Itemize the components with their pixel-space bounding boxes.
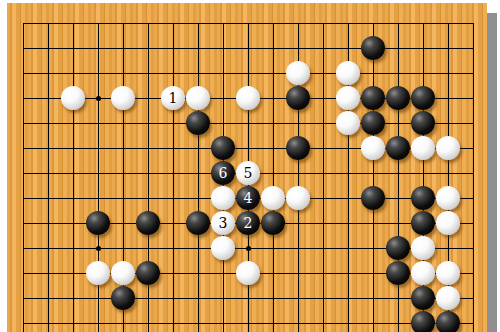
grid-line-h — [23, 298, 474, 299]
stone-white[interactable]: 3 — [211, 211, 235, 235]
stone-black[interactable]: 4 — [236, 186, 260, 210]
stone-white[interactable] — [236, 86, 260, 110]
move-number-label: 6 — [219, 166, 228, 180]
grid-line-v — [323, 23, 324, 332]
stone-black[interactable] — [411, 211, 435, 235]
stone-black[interactable] — [186, 211, 210, 235]
stone-black[interactable] — [411, 311, 435, 332]
stone-black[interactable] — [86, 211, 110, 235]
stone-black[interactable] — [386, 236, 410, 260]
stone-white[interactable] — [361, 136, 385, 160]
stone-black[interactable] — [361, 111, 385, 135]
move-number-label: 2 — [244, 216, 253, 230]
stone-white[interactable] — [211, 236, 235, 260]
grid-line-h — [23, 23, 474, 24]
stone-black[interactable] — [211, 136, 235, 160]
stone-white[interactable] — [411, 136, 435, 160]
stone-black[interactable]: 2 — [236, 211, 260, 235]
stone-white[interactable] — [336, 111, 360, 135]
stone-white[interactable] — [236, 261, 260, 285]
stone-black[interactable] — [361, 186, 385, 210]
stone-white[interactable] — [111, 86, 135, 110]
stone-white[interactable] — [436, 136, 460, 160]
stone-black[interactable] — [286, 136, 310, 160]
grid-line-v — [48, 23, 49, 332]
star-point — [96, 96, 101, 101]
grid-line-v — [173, 23, 174, 332]
stone-black[interactable]: 6 — [211, 161, 235, 185]
grid-line-h — [23, 123, 474, 124]
stone-black[interactable] — [386, 261, 410, 285]
stone-white[interactable] — [86, 261, 110, 285]
stone-black[interactable] — [361, 36, 385, 60]
stone-white[interactable] — [111, 261, 135, 285]
move-number-label: 1 — [169, 91, 178, 105]
stone-black[interactable] — [286, 86, 310, 110]
grid-line-h — [23, 48, 474, 49]
stone-white[interactable]: 1 — [161, 86, 185, 110]
stone-white[interactable] — [436, 211, 460, 235]
grid-line-v — [373, 23, 374, 332]
stone-black[interactable] — [436, 311, 460, 332]
go-board[interactable]: 165432 — [7, 3, 487, 332]
grid-line-h — [23, 323, 474, 324]
move-number-label: 5 — [244, 166, 253, 180]
grid-line-v — [98, 23, 99, 332]
stone-white[interactable] — [436, 286, 460, 310]
stone-black[interactable] — [136, 211, 160, 235]
stone-black[interactable] — [411, 111, 435, 135]
stone-white[interactable] — [61, 86, 85, 110]
stone-black[interactable] — [261, 211, 285, 235]
stone-white[interactable] — [436, 186, 460, 210]
grid-line-h — [23, 73, 474, 74]
page-background: { "game": "go", "board": { "size": 19, "… — [0, 0, 500, 332]
stone-white[interactable] — [286, 61, 310, 85]
stone-white[interactable]: 5 — [236, 161, 260, 185]
stone-white[interactable] — [436, 261, 460, 285]
grid-line-v — [398, 23, 399, 332]
stone-black[interactable] — [411, 186, 435, 210]
grid-line-v — [198, 23, 199, 332]
stone-black[interactable] — [386, 136, 410, 160]
stone-black[interactable] — [186, 111, 210, 135]
grid-line-v — [148, 23, 149, 332]
stone-white[interactable] — [411, 261, 435, 285]
stone-black[interactable] — [136, 261, 160, 285]
move-number-label: 4 — [244, 191, 253, 205]
stone-black[interactable] — [386, 86, 410, 110]
stone-white[interactable] — [336, 61, 360, 85]
stone-white[interactable] — [261, 186, 285, 210]
star-point — [96, 246, 101, 251]
grid-line-v — [73, 23, 74, 332]
stone-white[interactable] — [211, 186, 235, 210]
grid-line-v — [473, 23, 474, 332]
stone-black[interactable] — [411, 286, 435, 310]
stone-white[interactable] — [286, 186, 310, 210]
grid-line-v — [273, 23, 274, 332]
stone-black[interactable] — [111, 286, 135, 310]
move-number-label: 3 — [219, 216, 228, 230]
stone-white[interactable] — [411, 236, 435, 260]
stone-white[interactable] — [186, 86, 210, 110]
star-point — [246, 246, 251, 251]
stone-black[interactable] — [411, 86, 435, 110]
stone-black[interactable] — [361, 86, 385, 110]
stone-white[interactable] — [336, 86, 360, 110]
grid-line-v — [23, 23, 24, 332]
